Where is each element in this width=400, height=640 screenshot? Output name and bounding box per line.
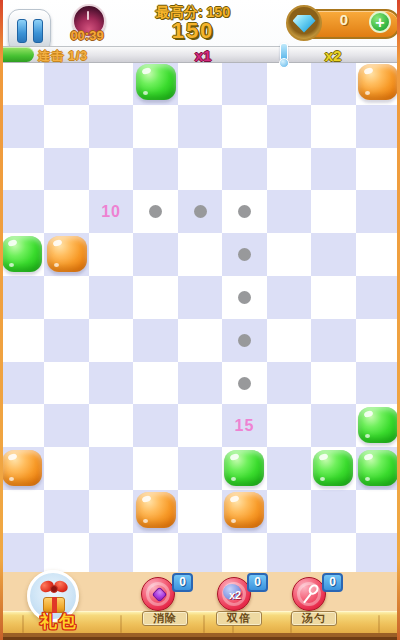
item-spoon-label: 汤勺 bbox=[291, 611, 337, 626]
combo-label: 连击 1/3 bbox=[38, 48, 88, 65]
board-cell bbox=[133, 533, 178, 572]
board-cell bbox=[0, 404, 45, 447]
board-cell bbox=[267, 490, 312, 533]
board-cell bbox=[44, 319, 89, 362]
item-eliminate-label: 消除 bbox=[142, 611, 188, 626]
board-cell bbox=[356, 233, 400, 276]
candy-green[interactable] bbox=[2, 236, 42, 272]
board-cell bbox=[311, 490, 356, 533]
board-cell bbox=[44, 362, 89, 405]
board-cell bbox=[0, 105, 45, 148]
board-cell bbox=[89, 105, 134, 148]
board-cell bbox=[356, 276, 400, 319]
board-cell bbox=[267, 276, 312, 319]
candy-green[interactable] bbox=[358, 407, 398, 443]
board-cell bbox=[89, 62, 134, 105]
board-cell bbox=[178, 533, 223, 572]
board-cell bbox=[44, 447, 89, 490]
board-cell bbox=[89, 276, 134, 319]
timer-value: 00:39 bbox=[55, 28, 119, 43]
board-cell bbox=[44, 105, 89, 148]
gift-pack-label: 礼包 bbox=[14, 610, 104, 633]
multiplier-x1: x1 bbox=[188, 47, 218, 64]
board-cell bbox=[0, 533, 45, 572]
item-eliminate-count-badge: 0 bbox=[172, 573, 193, 592]
board-cell bbox=[133, 148, 178, 191]
board-cell bbox=[356, 319, 400, 362]
board-cell bbox=[267, 190, 312, 233]
item-double-count-badge: 0 bbox=[247, 573, 268, 592]
board-cell bbox=[89, 490, 134, 533]
board-cell bbox=[0, 362, 45, 405]
current-score: 150 bbox=[128, 18, 258, 44]
board-cell bbox=[89, 319, 134, 362]
board-cell bbox=[222, 62, 267, 105]
board-cell bbox=[0, 490, 45, 533]
board-cell bbox=[311, 148, 356, 191]
candy-orange[interactable] bbox=[47, 236, 87, 272]
board-cell bbox=[178, 447, 223, 490]
board-cell bbox=[267, 362, 312, 405]
multiplier-x2: x2 bbox=[318, 47, 348, 64]
board-cell bbox=[133, 404, 178, 447]
board-cell bbox=[178, 362, 223, 405]
item-eliminate-button[interactable] bbox=[141, 577, 175, 611]
board-cell bbox=[44, 62, 89, 105]
board[interactable]: 1015 bbox=[0, 62, 400, 572]
board-cell bbox=[178, 148, 223, 191]
board-cell bbox=[133, 447, 178, 490]
board-cell bbox=[356, 533, 400, 572]
candy-green[interactable] bbox=[224, 450, 264, 486]
board-cell bbox=[222, 148, 267, 191]
path-dot bbox=[194, 205, 207, 218]
board-cell bbox=[222, 533, 267, 572]
board-cell bbox=[356, 490, 400, 533]
pause-icon bbox=[33, 19, 43, 43]
board-cell bbox=[0, 148, 45, 191]
item-double-button[interactable]: x2 bbox=[217, 577, 251, 611]
board-cell bbox=[0, 276, 45, 319]
board-cell bbox=[311, 190, 356, 233]
board-cell bbox=[267, 148, 312, 191]
board-cell bbox=[178, 233, 223, 276]
candy-orange[interactable] bbox=[358, 64, 398, 100]
board-cell bbox=[178, 105, 223, 148]
game-screen: 1015 00:39 最高分: 150 150 0 + 连击 1/3 x1 x2 bbox=[0, 0, 400, 640]
board-cell bbox=[133, 105, 178, 148]
board-cell bbox=[89, 362, 134, 405]
top-bar: 00:39 最高分: 150 150 0 + bbox=[0, 0, 400, 46]
item-spoon-button[interactable] bbox=[292, 577, 326, 611]
board-cell bbox=[133, 362, 178, 405]
combo-bar: 连击 1/3 x1 x2 bbox=[0, 46, 400, 63]
path-dot bbox=[238, 291, 251, 304]
board-cell bbox=[311, 533, 356, 572]
multiplier-marker-icon bbox=[277, 43, 289, 68]
item-spoon-count-badge: 0 bbox=[322, 573, 343, 592]
gift-icon bbox=[41, 579, 67, 613]
diamond-count: 0 bbox=[318, 11, 370, 28]
board-cell bbox=[44, 148, 89, 191]
board-cell bbox=[178, 490, 223, 533]
board-cell bbox=[44, 190, 89, 233]
board-cell bbox=[44, 490, 89, 533]
spoon-icon bbox=[296, 580, 325, 610]
board-cell bbox=[44, 533, 89, 572]
board-cell bbox=[356, 190, 400, 233]
path-number: 15 bbox=[235, 417, 255, 435]
board-cell bbox=[356, 105, 400, 148]
board-cell bbox=[267, 447, 312, 490]
board-cell bbox=[311, 62, 356, 105]
path-dot bbox=[238, 334, 251, 347]
candy-orange[interactable] bbox=[136, 492, 176, 528]
candy-green[interactable] bbox=[313, 450, 353, 486]
candy-orange[interactable] bbox=[224, 492, 264, 528]
board-cell bbox=[133, 276, 178, 319]
path-dot bbox=[238, 377, 251, 390]
board-cell bbox=[44, 404, 89, 447]
board-cell bbox=[178, 276, 223, 319]
board-cell bbox=[89, 533, 134, 572]
board-cell bbox=[178, 404, 223, 447]
board-cell bbox=[311, 233, 356, 276]
board-cell bbox=[267, 319, 312, 362]
board-cell bbox=[267, 105, 312, 148]
add-diamonds-button[interactable]: + bbox=[369, 11, 391, 33]
gem-icon bbox=[152, 587, 168, 603]
board-cell bbox=[356, 362, 400, 405]
pause-icon bbox=[17, 19, 27, 43]
screen-border-left bbox=[0, 0, 3, 640]
board-cell bbox=[0, 62, 45, 105]
board-cell bbox=[178, 319, 223, 362]
bottom-bar: 礼包 0 消除 x2 0 双倍 0 汤勺 bbox=[0, 572, 400, 640]
board-cell bbox=[311, 404, 356, 447]
board-cell bbox=[267, 404, 312, 447]
candy-orange[interactable] bbox=[2, 450, 42, 486]
board-cell bbox=[89, 404, 134, 447]
board-cell bbox=[133, 233, 178, 276]
board-cell bbox=[311, 319, 356, 362]
board-cell bbox=[44, 276, 89, 319]
board-cell bbox=[356, 148, 400, 191]
diamond-icon bbox=[286, 5, 322, 41]
board-cell bbox=[89, 148, 134, 191]
board-cell bbox=[311, 276, 356, 319]
board-cell bbox=[311, 362, 356, 405]
board-cell bbox=[178, 62, 223, 105]
board-cell bbox=[267, 233, 312, 276]
board-cell bbox=[267, 62, 312, 105]
path-number: 10 bbox=[101, 203, 121, 221]
candy-green[interactable] bbox=[136, 64, 176, 100]
board-cell bbox=[0, 190, 45, 233]
board-cell bbox=[89, 447, 134, 490]
combo-progress-fill bbox=[0, 47, 34, 62]
board-cell bbox=[133, 319, 178, 362]
board-cell bbox=[89, 233, 134, 276]
path-dot bbox=[238, 248, 251, 261]
board-cell bbox=[0, 319, 45, 362]
board-cell bbox=[311, 105, 356, 148]
board-cell bbox=[222, 105, 267, 148]
candy-green[interactable] bbox=[358, 450, 398, 486]
item-double-label: 双倍 bbox=[216, 611, 262, 626]
board-cell bbox=[267, 533, 312, 572]
